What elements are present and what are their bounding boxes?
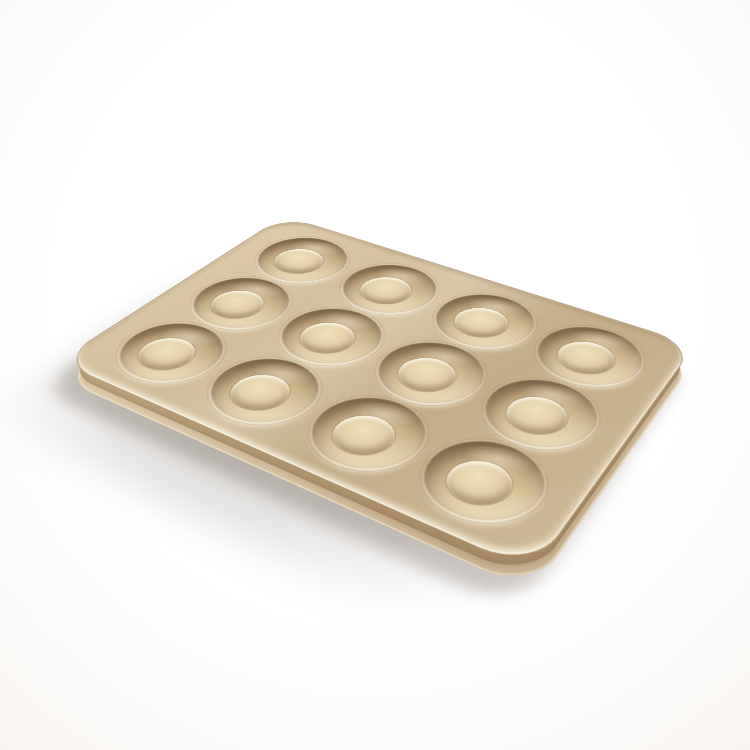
scene bbox=[0, 0, 750, 750]
photo-stage bbox=[0, 0, 750, 750]
muffin-pan bbox=[57, 215, 696, 572]
